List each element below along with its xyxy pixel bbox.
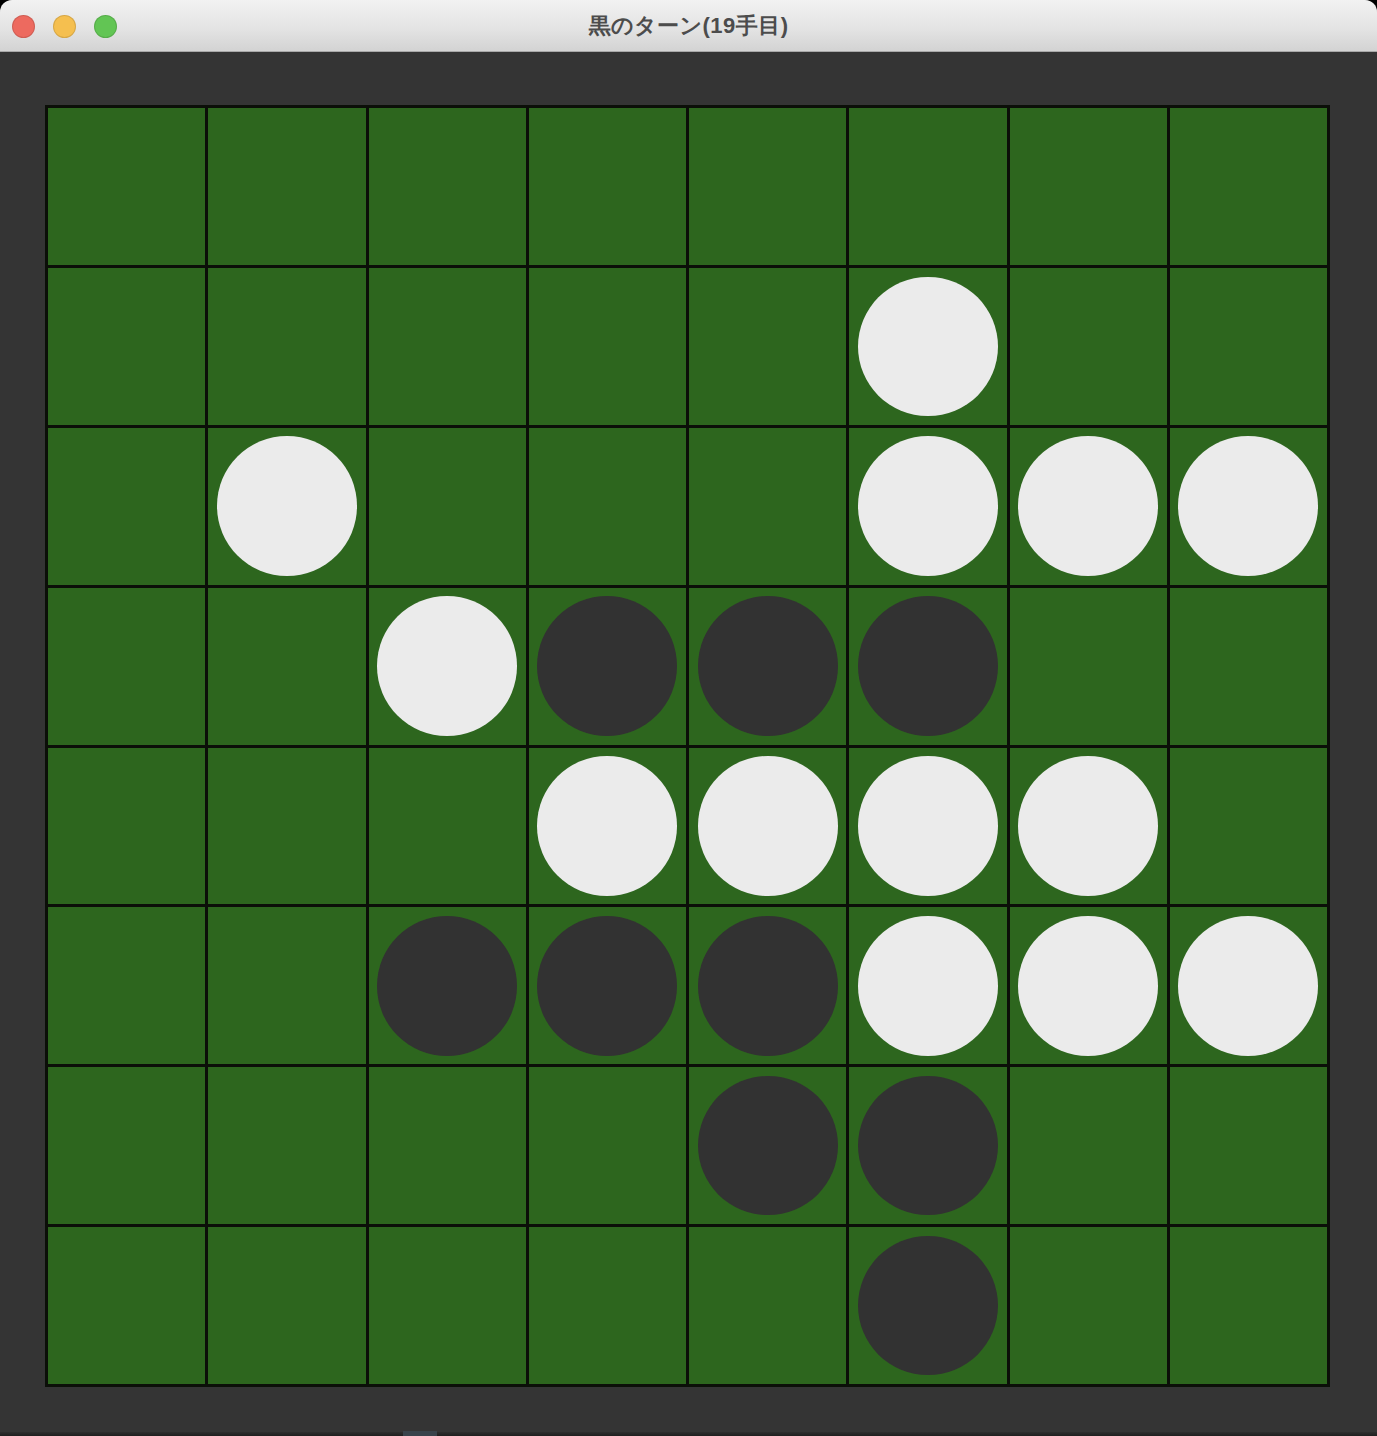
- cell-b2[interactable]: [208, 268, 365, 425]
- cell-a2[interactable]: [48, 268, 205, 425]
- board-frame: [0, 52, 1377, 1436]
- cell-h8[interactable]: [1170, 1227, 1327, 1384]
- zoom-button[interactable]: [94, 15, 117, 38]
- app-window: 黒のターン(19手目): [0, 0, 1377, 1436]
- black-disc: [537, 916, 677, 1056]
- cell-f2[interactable]: [849, 268, 1006, 425]
- close-button[interactable]: [12, 15, 35, 38]
- cell-d2[interactable]: [529, 268, 686, 425]
- black-disc: [698, 1076, 838, 1216]
- cell-c8[interactable]: [369, 1227, 526, 1384]
- white-disc: [377, 596, 517, 736]
- cell-b5[interactable]: [208, 748, 365, 905]
- cell-h7[interactable]: [1170, 1067, 1327, 1224]
- white-disc: [858, 756, 998, 896]
- cell-b8[interactable]: [208, 1227, 365, 1384]
- cell-f8[interactable]: [849, 1227, 1006, 1384]
- traffic-lights: [12, 0, 117, 52]
- cell-c5[interactable]: [369, 748, 526, 905]
- black-disc: [377, 916, 517, 1056]
- cell-g3[interactable]: [1010, 428, 1167, 585]
- cell-d8[interactable]: [529, 1227, 686, 1384]
- cell-h3[interactable]: [1170, 428, 1327, 585]
- cell-b6[interactable]: [208, 907, 365, 1064]
- white-disc: [858, 436, 998, 576]
- black-disc: [858, 596, 998, 736]
- black-disc: [537, 596, 677, 736]
- cell-g6[interactable]: [1010, 907, 1167, 1064]
- cell-g7[interactable]: [1010, 1067, 1167, 1224]
- white-disc: [1178, 916, 1318, 1056]
- cell-b1[interactable]: [208, 108, 365, 265]
- cell-d5[interactable]: [529, 748, 686, 905]
- cell-a3[interactable]: [48, 428, 205, 585]
- cell-e4[interactable]: [689, 588, 846, 745]
- cell-a4[interactable]: [48, 588, 205, 745]
- black-disc: [698, 916, 838, 1056]
- cell-d6[interactable]: [529, 907, 686, 1064]
- cell-b3[interactable]: [208, 428, 365, 585]
- white-disc: [1018, 436, 1158, 576]
- cell-e7[interactable]: [689, 1067, 846, 1224]
- cell-h6[interactable]: [1170, 907, 1327, 1064]
- cell-a6[interactable]: [48, 907, 205, 1064]
- bottom-artifact: [403, 1431, 437, 1436]
- cell-c4[interactable]: [369, 588, 526, 745]
- titlebar: 黒のターン(19手目): [0, 0, 1377, 52]
- cell-a8[interactable]: [48, 1227, 205, 1384]
- cell-g4[interactable]: [1010, 588, 1167, 745]
- cell-f6[interactable]: [849, 907, 1006, 1064]
- white-disc: [858, 277, 998, 417]
- othello-board: [45, 105, 1330, 1387]
- cell-h2[interactable]: [1170, 268, 1327, 425]
- black-disc: [698, 596, 838, 736]
- cell-e6[interactable]: [689, 907, 846, 1064]
- cell-e3[interactable]: [689, 428, 846, 585]
- cell-d4[interactable]: [529, 588, 686, 745]
- cell-e1[interactable]: [689, 108, 846, 265]
- window-bottom-edge: [0, 1432, 1377, 1436]
- cell-g8[interactable]: [1010, 1227, 1167, 1384]
- cell-e2[interactable]: [689, 268, 846, 425]
- cell-b4[interactable]: [208, 588, 365, 745]
- cell-b7[interactable]: [208, 1067, 365, 1224]
- cell-h1[interactable]: [1170, 108, 1327, 265]
- cell-a7[interactable]: [48, 1067, 205, 1224]
- cell-h5[interactable]: [1170, 748, 1327, 905]
- black-disc: [858, 1076, 998, 1216]
- cell-g2[interactable]: [1010, 268, 1167, 425]
- cell-c2[interactable]: [369, 268, 526, 425]
- white-disc: [1178, 436, 1318, 576]
- cell-g5[interactable]: [1010, 748, 1167, 905]
- cell-h4[interactable]: [1170, 588, 1327, 745]
- minimize-button[interactable]: [53, 15, 76, 38]
- cell-g1[interactable]: [1010, 108, 1167, 265]
- cell-e8[interactable]: [689, 1227, 846, 1384]
- black-disc: [858, 1236, 998, 1376]
- cell-f5[interactable]: [849, 748, 1006, 905]
- white-disc: [1018, 916, 1158, 1056]
- cell-f1[interactable]: [849, 108, 1006, 265]
- window-title: 黒のターン(19手目): [588, 11, 788, 41]
- white-disc: [537, 756, 677, 896]
- white-disc: [858, 916, 998, 1056]
- cell-a1[interactable]: [48, 108, 205, 265]
- cell-c7[interactable]: [369, 1067, 526, 1224]
- cell-d1[interactable]: [529, 108, 686, 265]
- cell-f7[interactable]: [849, 1067, 1006, 1224]
- cell-e5[interactable]: [689, 748, 846, 905]
- cell-f3[interactable]: [849, 428, 1006, 585]
- cell-c1[interactable]: [369, 108, 526, 265]
- cell-c3[interactable]: [369, 428, 526, 585]
- white-disc: [698, 756, 838, 896]
- white-disc: [217, 436, 357, 576]
- cell-d7[interactable]: [529, 1067, 686, 1224]
- white-disc: [1018, 756, 1158, 896]
- cell-f4[interactable]: [849, 588, 1006, 745]
- cell-c6[interactable]: [369, 907, 526, 1064]
- cell-a5[interactable]: [48, 748, 205, 905]
- cell-d3[interactable]: [529, 428, 686, 585]
